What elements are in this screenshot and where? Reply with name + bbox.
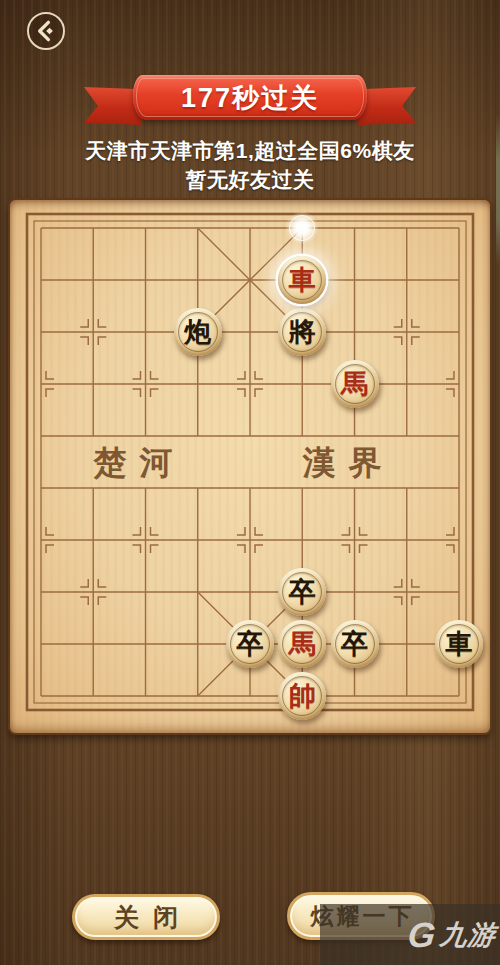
close-button-label: 关闭: [114, 901, 192, 934]
result-banner: 177秒过关: [133, 75, 367, 120]
piece-glyph: 炮: [184, 319, 211, 346]
piece-black-soldier[interactable]: 卒: [278, 568, 326, 616]
watermark-text: 九游: [438, 917, 498, 953]
piece-glyph: 馬: [341, 371, 368, 398]
piece-glyph: 將: [289, 319, 316, 346]
piece-black-cannon[interactable]: 炮: [174, 308, 222, 356]
piece-glyph: 卒: [341, 631, 368, 658]
back-button[interactable]: [27, 12, 65, 50]
river-label-left: 楚河: [93, 445, 186, 481]
piece-glyph: 車: [446, 631, 473, 658]
friends-text: 暂无好友过关: [0, 166, 500, 194]
piece-red-horse[interactable]: 馬: [331, 360, 379, 408]
piece-red-general[interactable]: 帥: [278, 672, 326, 720]
banner-text: 177秒过关: [181, 80, 319, 116]
piece-glyph: 帥: [289, 683, 316, 710]
piece-black-soldier[interactable]: 卒: [226, 620, 274, 668]
piece-black-chariot[interactable]: 車: [435, 620, 483, 668]
piece-black-soldier[interactable]: 卒: [331, 620, 379, 668]
xiangqi-board[interactable]: 楚河漢界 車炮將馬卒卒馬卒車帥: [10, 200, 490, 733]
river-label-right: 漢界: [302, 445, 395, 481]
rank-text: 天津市天津市第1,超过全国6%棋友: [0, 137, 500, 165]
piece-red-horse[interactable]: 馬: [278, 620, 326, 668]
watermark-logo-icon: G: [406, 917, 437, 952]
result-screen: 177秒过关 天津市天津市第1,超过全国6%棋友 暂无好友过关 楚河漢界 車炮將…: [0, 0, 500, 965]
back-chevron-icon: [31, 16, 61, 46]
piece-glyph: 卒: [289, 579, 316, 606]
piece-glyph: 馬: [289, 631, 316, 658]
piece-glyph: 車: [289, 267, 316, 294]
piece-red-chariot[interactable]: 車: [278, 256, 326, 304]
piece-glyph: 卒: [237, 631, 264, 658]
piece-black-general[interactable]: 將: [278, 308, 326, 356]
close-button[interactable]: 关闭: [72, 894, 220, 940]
watermark-overlay: G 九游: [320, 904, 500, 965]
